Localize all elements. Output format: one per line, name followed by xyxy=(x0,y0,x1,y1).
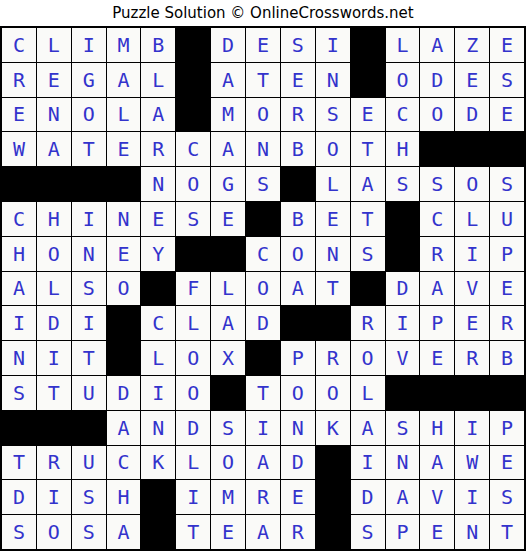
letter-cell-r7c1: H xyxy=(2,237,36,271)
letter-cell-r5c12: S xyxy=(386,167,420,201)
letter-cell-r15c7: E xyxy=(211,515,245,549)
letter-cell-r11c6: O xyxy=(176,376,210,410)
letter-cell-r8c2: L xyxy=(37,272,71,306)
block-cell-r6c12 xyxy=(386,202,420,236)
block-cell-r11c15 xyxy=(490,376,524,410)
block-cell-r11c13 xyxy=(420,376,454,410)
letter-cell-r13c11: I xyxy=(351,446,385,480)
letter-cell-r6c5: E xyxy=(141,202,175,236)
letter-cell-r12c11: A xyxy=(351,411,385,445)
letter-cell-r4c1: W xyxy=(2,132,36,166)
letter-cell-r13c15: E xyxy=(490,446,524,480)
letter-cell-r10c7: X xyxy=(211,341,245,375)
letter-cell-r1c13: A xyxy=(420,28,454,62)
letter-cell-r15c2: O xyxy=(37,515,71,549)
letter-cell-r11c8: T xyxy=(246,376,280,410)
block-cell-r11c14 xyxy=(455,376,489,410)
block-cell-r7c6 xyxy=(176,237,210,271)
letter-cell-r12c6: D xyxy=(176,411,210,445)
letter-cell-r6c15: U xyxy=(490,202,524,236)
page-title: Puzzle Solution © OnlineCrosswords.net xyxy=(112,4,413,22)
letter-cell-r6c7: E xyxy=(211,202,245,236)
letter-cell-r10c12: V xyxy=(386,341,420,375)
letter-cell-r2c15: S xyxy=(490,63,524,97)
letter-cell-r2c4: A xyxy=(107,63,141,97)
letter-cell-r13c1: T xyxy=(2,446,36,480)
letter-cell-r2c1: R xyxy=(2,63,36,97)
letter-cell-r14c3: S xyxy=(72,480,106,514)
block-cell-r9c9 xyxy=(281,306,315,340)
letter-cell-r15c12: P xyxy=(386,515,420,549)
letter-cell-r7c9: O xyxy=(281,237,315,271)
letter-cell-r11c1: S xyxy=(2,376,36,410)
letter-cell-r11c10: O xyxy=(316,376,350,410)
letter-cell-r13c3: U xyxy=(72,446,106,480)
letter-cell-r2c8: T xyxy=(246,63,280,97)
letter-cell-r15c9: R xyxy=(281,515,315,549)
letter-cell-r1c10: I xyxy=(316,28,350,62)
letter-cell-r13c7: O xyxy=(211,446,245,480)
letter-cell-r7c3: N xyxy=(72,237,106,271)
letter-cell-r2c13: D xyxy=(420,63,454,97)
letter-cell-r8c1: A xyxy=(2,272,36,306)
letter-cell-r11c4: D xyxy=(107,376,141,410)
letter-cell-r13c4: C xyxy=(107,446,141,480)
letter-cell-r3c4: L xyxy=(107,98,141,132)
letter-cell-r10c14: R xyxy=(455,341,489,375)
letter-cell-r8c3: S xyxy=(72,272,106,306)
letter-cell-r7c15: P xyxy=(490,237,524,271)
block-cell-r4c14 xyxy=(455,132,489,166)
letter-cell-r6c2: H xyxy=(37,202,71,236)
letter-cell-r3c10: S xyxy=(316,98,350,132)
letter-cell-r15c3: S xyxy=(72,515,106,549)
letter-cell-r4c12: H xyxy=(386,132,420,166)
letter-cell-r8c13: A xyxy=(420,272,454,306)
block-cell-r5c2 xyxy=(37,167,71,201)
letter-cell-r3c7: M xyxy=(211,98,245,132)
letter-cell-r9c7: A xyxy=(211,306,245,340)
letter-cell-r6c6: S xyxy=(176,202,210,236)
letter-cell-r10c5: L xyxy=(141,341,175,375)
letter-cell-r13c9: D xyxy=(281,446,315,480)
letter-cell-r2c14: E xyxy=(455,63,489,97)
letter-cell-r8c6: F xyxy=(176,272,210,306)
letter-cell-r2c12: O xyxy=(386,63,420,97)
block-cell-r5c9 xyxy=(281,167,315,201)
letter-cell-r4c7: A xyxy=(211,132,245,166)
letter-cell-r15c4: A xyxy=(107,515,141,549)
block-cell-r5c4 xyxy=(107,167,141,201)
letter-cell-r8c9: A xyxy=(281,272,315,306)
letter-cell-r5c5: N xyxy=(141,167,175,201)
letter-cell-r8c10: T xyxy=(316,272,350,306)
letter-cell-r13c13: A xyxy=(420,446,454,480)
letter-cell-r5c6: O xyxy=(176,167,210,201)
letter-cell-r7c13: R xyxy=(420,237,454,271)
letter-cell-r5c15: S xyxy=(490,167,524,201)
letter-cell-r1c9: S xyxy=(281,28,315,62)
letter-cell-r6c11: T xyxy=(351,202,385,236)
letter-cell-r4c6: C xyxy=(176,132,210,166)
block-cell-r6c8 xyxy=(246,202,280,236)
letter-cell-r14c13: V xyxy=(420,480,454,514)
letter-cell-r8c15: E xyxy=(490,272,524,306)
letter-cell-r6c9: B xyxy=(281,202,315,236)
letter-cell-r13c2: R xyxy=(37,446,71,480)
letter-cell-r13c6: L xyxy=(176,446,210,480)
letter-cell-r14c9: E xyxy=(281,480,315,514)
block-cell-r3c6 xyxy=(176,98,210,132)
letter-cell-r10c15: B xyxy=(490,341,524,375)
letter-cell-r3c14: D xyxy=(455,98,489,132)
letter-cell-r6c10: E xyxy=(316,202,350,236)
letter-cell-r13c8: A xyxy=(246,446,280,480)
letter-cell-r15c13: E xyxy=(420,515,454,549)
letter-cell-r14c12: A xyxy=(386,480,420,514)
letter-cell-r2c5: L xyxy=(141,63,175,97)
letter-cell-r10c6: O xyxy=(176,341,210,375)
letter-cell-r10c1: N xyxy=(2,341,36,375)
letter-cell-r10c10: R xyxy=(316,341,350,375)
letter-cell-r5c11: A xyxy=(351,167,385,201)
letter-cell-r6c14: L xyxy=(455,202,489,236)
block-cell-r4c15 xyxy=(490,132,524,166)
letter-cell-r14c2: I xyxy=(37,480,71,514)
letter-cell-r12c8: I xyxy=(246,411,280,445)
letter-cell-r12c10: K xyxy=(316,411,350,445)
letter-cell-r13c14: W xyxy=(455,446,489,480)
letter-cell-r4c10: O xyxy=(316,132,350,166)
letter-cell-r1c3: I xyxy=(72,28,106,62)
letter-cell-r8c8: O xyxy=(246,272,280,306)
letter-cell-r3c12: C xyxy=(386,98,420,132)
letter-cell-r12c12: S xyxy=(386,411,420,445)
letter-cell-r4c5: R xyxy=(141,132,175,166)
letter-cell-r15c15: T xyxy=(490,515,524,549)
letter-cell-r13c12: N xyxy=(386,446,420,480)
letter-cell-r14c8: R xyxy=(246,480,280,514)
letter-cell-r12c13: H xyxy=(420,411,454,445)
block-cell-r15c10 xyxy=(316,515,350,549)
letter-cell-r10c9: P xyxy=(281,341,315,375)
block-cell-r11c7 xyxy=(211,376,245,410)
letter-cell-r10c2: I xyxy=(37,341,71,375)
title-bar: Puzzle Solution © OnlineCrosswords.net xyxy=(0,0,526,26)
block-cell-r9c4 xyxy=(107,306,141,340)
letter-cell-r7c10: N xyxy=(316,237,350,271)
letter-cell-r3c5: A xyxy=(141,98,175,132)
letter-cell-r3c15: E xyxy=(490,98,524,132)
block-cell-r8c11 xyxy=(351,272,385,306)
block-cell-r10c4 xyxy=(107,341,141,375)
letter-cell-r5c7: G xyxy=(211,167,245,201)
letter-cell-r9c6: L xyxy=(176,306,210,340)
letter-cell-r3c1: E xyxy=(2,98,36,132)
block-cell-r5c3 xyxy=(72,167,106,201)
letter-cell-r14c1: D xyxy=(2,480,36,514)
letter-cell-r8c12: D xyxy=(386,272,420,306)
letter-cell-r12c5: N xyxy=(141,411,175,445)
letter-cell-r6c3: I xyxy=(72,202,106,236)
letter-cell-r12c14: I xyxy=(455,411,489,445)
letter-cell-r3c8: O xyxy=(246,98,280,132)
block-cell-r7c12 xyxy=(386,237,420,271)
letter-cell-r5c8: S xyxy=(246,167,280,201)
letter-cell-r14c7: M xyxy=(211,480,245,514)
letter-cell-r9c1: I xyxy=(2,306,36,340)
letter-cell-r6c4: N xyxy=(107,202,141,236)
letter-cell-r8c4: O xyxy=(107,272,141,306)
letter-cell-r6c1: C xyxy=(2,202,36,236)
letter-cell-r12c15: P xyxy=(490,411,524,445)
letter-cell-r4c9: B xyxy=(281,132,315,166)
letter-cell-r9c5: C xyxy=(141,306,175,340)
letter-cell-r1c7: D xyxy=(211,28,245,62)
letter-cell-r9c8: D xyxy=(246,306,280,340)
letter-cell-r9c13: P xyxy=(420,306,454,340)
letter-cell-r4c11: T xyxy=(351,132,385,166)
block-cell-r1c11 xyxy=(351,28,385,62)
letter-cell-r11c9: O xyxy=(281,376,315,410)
block-cell-r10c8 xyxy=(246,341,280,375)
letter-cell-r2c10: N xyxy=(316,63,350,97)
letter-cell-r14c6: I xyxy=(176,480,210,514)
letter-cell-r4c2: A xyxy=(37,132,71,166)
letter-cell-r5c10: L xyxy=(316,167,350,201)
letter-cell-r7c11: S xyxy=(351,237,385,271)
letter-cell-r12c4: A xyxy=(107,411,141,445)
letter-cell-r6c13: C xyxy=(420,202,454,236)
letter-cell-r1c8: E xyxy=(246,28,280,62)
letter-cell-r4c4: E xyxy=(107,132,141,166)
letter-cell-r1c5: B xyxy=(141,28,175,62)
letter-cell-r1c14: Z xyxy=(455,28,489,62)
letter-cell-r3c3: O xyxy=(72,98,106,132)
block-cell-r1c6 xyxy=(176,28,210,62)
block-cell-r12c3 xyxy=(72,411,106,445)
letter-cell-r14c15: S xyxy=(490,480,524,514)
letter-cell-r2c7: A xyxy=(211,63,245,97)
letter-cell-r15c6: T xyxy=(176,515,210,549)
letter-cell-r7c2: O xyxy=(37,237,71,271)
letter-cell-r7c8: C xyxy=(246,237,280,271)
letter-cell-r14c14: I xyxy=(455,480,489,514)
block-cell-r5c1 xyxy=(2,167,36,201)
letter-cell-r11c3: U xyxy=(72,376,106,410)
letter-cell-r1c15: E xyxy=(490,28,524,62)
letter-cell-r9c14: E xyxy=(455,306,489,340)
letter-cell-r15c14: N xyxy=(455,515,489,549)
block-cell-r12c1 xyxy=(2,411,36,445)
letter-cell-r10c13: E xyxy=(420,341,454,375)
block-cell-r4c13 xyxy=(420,132,454,166)
block-cell-r2c11 xyxy=(351,63,385,97)
letter-cell-r9c3: I xyxy=(72,306,106,340)
letter-cell-r10c11: O xyxy=(351,341,385,375)
letter-cell-r9c2: D xyxy=(37,306,71,340)
crossword-grid: CLIMBDESILAZEREGALATENODESENOLAMORSECODE… xyxy=(0,26,526,551)
letter-cell-r10c3: T xyxy=(72,341,106,375)
letter-cell-r12c9: N xyxy=(281,411,315,445)
letter-cell-r7c5: Y xyxy=(141,237,175,271)
block-cell-r9c10 xyxy=(316,306,350,340)
letter-cell-r12c7: S xyxy=(211,411,245,445)
block-cell-r13c10 xyxy=(316,446,350,480)
block-cell-r14c5 xyxy=(141,480,175,514)
letter-cell-r8c7: L xyxy=(211,272,245,306)
letter-cell-r15c11: S xyxy=(351,515,385,549)
letter-cell-r3c11: E xyxy=(351,98,385,132)
letter-cell-r15c1: S xyxy=(2,515,36,549)
letter-cell-r3c13: O xyxy=(420,98,454,132)
letter-cell-r13c5: K xyxy=(141,446,175,480)
letter-cell-r2c3: G xyxy=(72,63,106,97)
letter-cell-r3c2: N xyxy=(37,98,71,132)
letter-cell-r11c11: L xyxy=(351,376,385,410)
letter-cell-r4c8: N xyxy=(246,132,280,166)
letter-cell-r9c11: R xyxy=(351,306,385,340)
letter-cell-r11c2: T xyxy=(37,376,71,410)
block-cell-r14c10 xyxy=(316,480,350,514)
letter-cell-r7c4: E xyxy=(107,237,141,271)
letter-cell-r5c14: O xyxy=(455,167,489,201)
block-cell-r15c5 xyxy=(141,515,175,549)
letter-cell-r8c14: V xyxy=(455,272,489,306)
letter-cell-r1c1: C xyxy=(2,28,36,62)
letter-cell-r15c8: A xyxy=(246,515,280,549)
block-cell-r7c7 xyxy=(211,237,245,271)
letter-cell-r11c5: I xyxy=(141,376,175,410)
letter-cell-r9c15: R xyxy=(490,306,524,340)
letter-cell-r3c9: R xyxy=(281,98,315,132)
block-cell-r12c2 xyxy=(37,411,71,445)
letter-cell-r2c2: E xyxy=(37,63,71,97)
letter-cell-r14c11: D xyxy=(351,480,385,514)
block-cell-r11c12 xyxy=(386,376,420,410)
block-cell-r2c6 xyxy=(176,63,210,97)
letter-cell-r14c4: H xyxy=(107,480,141,514)
block-cell-r8c5 xyxy=(141,272,175,306)
letter-cell-r5c13: S xyxy=(420,167,454,201)
letter-cell-r9c12: I xyxy=(386,306,420,340)
letter-cell-r4c3: T xyxy=(72,132,106,166)
letter-cell-r7c14: I xyxy=(455,237,489,271)
letter-cell-r1c2: L xyxy=(37,28,71,62)
letter-cell-r2c9: E xyxy=(281,63,315,97)
letter-cell-r1c12: L xyxy=(386,28,420,62)
letter-cell-r1c4: M xyxy=(107,28,141,62)
